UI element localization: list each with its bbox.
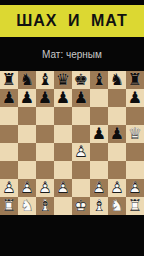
square-g2[interactable]: ♟♙ <box>108 179 126 197</box>
square-f8[interactable]: ♝ <box>90 71 108 89</box>
black-pawn: ♟ <box>18 89 36 107</box>
square-b4[interactable] <box>18 143 36 161</box>
square-g5[interactable]: ♟ <box>108 125 126 143</box>
white-pawn: ♙ <box>0 179 18 197</box>
square-h1[interactable]: ♜♖ <box>126 197 144 215</box>
white-king: ♔ <box>72 197 90 215</box>
square-e5[interactable] <box>72 125 90 143</box>
square-d3[interactable] <box>54 161 72 179</box>
square-b3[interactable] <box>18 161 36 179</box>
square-h6[interactable] <box>126 107 144 125</box>
white-pawn-fill: ♟ <box>126 179 144 197</box>
square-h5[interactable]: ♛♕ <box>126 125 144 143</box>
square-b2[interactable]: ♟♙ <box>18 179 36 197</box>
white-bishop: ♗ <box>36 197 54 215</box>
square-d1[interactable] <box>54 197 72 215</box>
square-d6[interactable] <box>54 107 72 125</box>
black-king: ♚ <box>72 71 90 89</box>
black-rook: ♜ <box>126 71 144 89</box>
page-title: ШАХ И МАТ <box>16 12 128 30</box>
white-queen-fill: ♛ <box>126 125 144 143</box>
square-f4[interactable] <box>90 143 108 161</box>
white-rook-fill: ♜ <box>0 197 18 215</box>
square-h4[interactable] <box>126 143 144 161</box>
square-g4[interactable] <box>108 143 126 161</box>
chess-board: ♜♞♝♛♚♝♞♜♟♟♟♟♟♟♟♟♛♕♟♙♟♙♟♙♟♙♟♙♟♙♟♙♟♙♜♖♞♘♝♗… <box>0 71 144 215</box>
square-b7[interactable]: ♟ <box>18 89 36 107</box>
square-d2[interactable]: ♟♙ <box>54 179 72 197</box>
square-f5[interactable]: ♟ <box>90 125 108 143</box>
black-pawn: ♟ <box>54 89 72 107</box>
square-c1[interactable]: ♝♗ <box>36 197 54 215</box>
app-title-bar: ШАХ И МАТ <box>0 5 144 37</box>
square-f3[interactable] <box>90 161 108 179</box>
white-pawn-fill: ♟ <box>108 179 126 197</box>
square-e6[interactable] <box>72 107 90 125</box>
status-bar: Мат: черным <box>0 37 144 71</box>
black-pawn: ♟ <box>72 89 90 107</box>
black-knight: ♞ <box>108 71 126 89</box>
square-b6[interactable] <box>18 107 36 125</box>
white-pawn-fill: ♟ <box>72 143 90 161</box>
white-rook-fill: ♜ <box>126 197 144 215</box>
white-rook: ♖ <box>126 197 144 215</box>
square-h2[interactable]: ♟♙ <box>126 179 144 197</box>
black-pawn: ♟ <box>126 89 144 107</box>
white-bishop-fill: ♝ <box>36 197 54 215</box>
square-d5[interactable] <box>54 125 72 143</box>
square-c6[interactable] <box>36 107 54 125</box>
white-pawn-fill: ♟ <box>0 179 18 197</box>
white-pawn: ♙ <box>54 179 72 197</box>
square-h7[interactable]: ♟ <box>126 89 144 107</box>
black-bishop: ♝ <box>90 71 108 89</box>
black-pawn: ♟ <box>108 125 126 143</box>
square-a5[interactable] <box>0 125 18 143</box>
square-c5[interactable] <box>36 125 54 143</box>
square-a8[interactable]: ♜ <box>0 71 18 89</box>
square-e3[interactable] <box>72 161 90 179</box>
black-pawn: ♟ <box>90 125 108 143</box>
square-g8[interactable]: ♞ <box>108 71 126 89</box>
square-f7[interactable] <box>90 89 108 107</box>
square-e1[interactable]: ♚♔ <box>72 197 90 215</box>
white-pawn-fill: ♟ <box>90 179 108 197</box>
white-pawn: ♙ <box>126 179 144 197</box>
white-pawn: ♙ <box>36 179 54 197</box>
square-e2[interactable] <box>72 179 90 197</box>
white-bishop: ♗ <box>90 197 108 215</box>
square-e8[interactable]: ♚ <box>72 71 90 89</box>
white-pawn-fill: ♟ <box>36 179 54 197</box>
square-f2[interactable]: ♟♙ <box>90 179 108 197</box>
app-root: ШАХ И МАТ Мат: черным ♜♞♝♛♚♝♞♜♟♟♟♟♟♟♟♟♛♕… <box>0 0 144 256</box>
white-pawn: ♙ <box>108 179 126 197</box>
mate-status-text: Мат: черным <box>42 49 102 60</box>
square-g6[interactable] <box>108 107 126 125</box>
white-bishop-fill: ♝ <box>90 197 108 215</box>
black-rook: ♜ <box>0 71 18 89</box>
white-knight: ♘ <box>108 197 126 215</box>
black-pawn: ♟ <box>0 89 18 107</box>
square-f1[interactable]: ♝♗ <box>90 197 108 215</box>
square-g1[interactable]: ♞♘ <box>108 197 126 215</box>
square-e7[interactable]: ♟ <box>72 89 90 107</box>
square-a4[interactable] <box>0 143 18 161</box>
square-c8[interactable]: ♝ <box>36 71 54 89</box>
square-d7[interactable]: ♟ <box>54 89 72 107</box>
square-a2[interactable]: ♟♙ <box>0 179 18 197</box>
square-c3[interactable] <box>36 161 54 179</box>
square-c2[interactable]: ♟♙ <box>36 179 54 197</box>
white-knight-fill: ♞ <box>108 197 126 215</box>
square-a1[interactable]: ♜♖ <box>0 197 18 215</box>
square-b8[interactable]: ♞ <box>18 71 36 89</box>
square-a7[interactable]: ♟ <box>0 89 18 107</box>
white-pawn: ♙ <box>72 143 90 161</box>
square-b1[interactable]: ♞♘ <box>18 197 36 215</box>
square-a3[interactable] <box>0 161 18 179</box>
white-king-fill: ♚ <box>72 197 90 215</box>
white-rook: ♖ <box>0 197 18 215</box>
square-e4[interactable]: ♟♙ <box>72 143 90 161</box>
white-pawn: ♙ <box>18 179 36 197</box>
white-pawn: ♙ <box>90 179 108 197</box>
white-pawn-fill: ♟ <box>18 179 36 197</box>
square-g3[interactable] <box>108 161 126 179</box>
square-c7[interactable]: ♟ <box>36 89 54 107</box>
square-h8[interactable]: ♜ <box>126 71 144 89</box>
white-knight: ♘ <box>18 197 36 215</box>
square-a6[interactable] <box>0 107 18 125</box>
square-c4[interactable] <box>36 143 54 161</box>
square-b5[interactable] <box>18 125 36 143</box>
square-d4[interactable] <box>54 143 72 161</box>
black-bishop: ♝ <box>36 71 54 89</box>
white-pawn-fill: ♟ <box>54 179 72 197</box>
black-knight: ♞ <box>18 71 36 89</box>
white-queen: ♕ <box>126 125 144 143</box>
square-g7[interactable] <box>108 89 126 107</box>
square-h3[interactable] <box>126 161 144 179</box>
white-knight-fill: ♞ <box>18 197 36 215</box>
black-pawn: ♟ <box>36 89 54 107</box>
square-d8[interactable]: ♛ <box>54 71 72 89</box>
square-f6[interactable] <box>90 107 108 125</box>
black-queen: ♛ <box>54 71 72 89</box>
